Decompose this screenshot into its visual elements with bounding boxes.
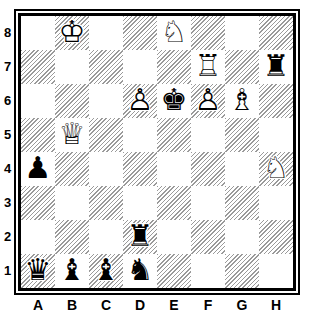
square-c6[interactable]	[89, 84, 123, 118]
square-g5[interactable]	[225, 118, 259, 152]
pawn-glyph: ♙	[191, 83, 225, 118]
rook-glyph: ♖	[191, 49, 225, 84]
king-glyph: ♚	[157, 83, 191, 118]
pawn-glyph: ♟	[21, 151, 55, 186]
square-a5[interactable]	[21, 118, 55, 152]
square-c4[interactable]	[89, 152, 123, 186]
square-g8[interactable]	[225, 16, 259, 50]
square-c5[interactable]	[89, 118, 123, 152]
file-label-a: A	[21, 295, 55, 315]
square-e2[interactable]	[157, 220, 191, 254]
square-b6[interactable]	[55, 84, 89, 118]
square-e6[interactable]: ♚	[157, 84, 191, 118]
rook-glyph: ♜	[123, 219, 157, 254]
square-f4[interactable]	[191, 152, 225, 186]
rank-label-1: 1	[4, 254, 11, 288]
square-c1[interactable]: ♝	[89, 254, 123, 288]
rank-label-5: 5	[4, 118, 11, 152]
file-labels: ABCDEFGH	[21, 295, 314, 315]
chess-board-diagram: 87654321 ♚♔♞♘♜♖♜♟♙♚♟♙♝♗♛♕♟♞♘♜♛♝♝♞ ABCDEF…	[0, 0, 314, 315]
rook-glyph: ♜	[259, 49, 293, 84]
square-a1[interactable]: ♛	[21, 254, 55, 288]
square-b3[interactable]	[55, 186, 89, 220]
piece-white-queen: ♛♕	[55, 118, 89, 152]
square-h6[interactable]	[259, 84, 293, 118]
piece-white-knight: ♞♘	[157, 16, 191, 50]
knight-glyph: ♘	[157, 15, 191, 50]
piece-black-pawn: ♟	[21, 152, 55, 186]
square-e7[interactable]	[157, 50, 191, 84]
square-d2[interactable]: ♜	[123, 220, 157, 254]
board-area: 87654321 ♚♔♞♘♜♖♜♟♙♚♟♙♝♗♛♕♟♞♘♜♛♝♝♞	[1, 9, 314, 295]
piece-white-pawn: ♟♙	[123, 84, 157, 118]
piece-white-pawn: ♟♙	[191, 84, 225, 118]
square-h4[interactable]: ♞♘	[259, 152, 293, 186]
square-f6[interactable]: ♟♙	[191, 84, 225, 118]
square-c8[interactable]	[89, 16, 123, 50]
pawn-glyph: ♙	[123, 83, 157, 118]
square-d1[interactable]: ♞	[123, 254, 157, 288]
piece-white-knight: ♞♘	[259, 152, 293, 186]
square-h8[interactable]	[259, 16, 293, 50]
square-b8[interactable]: ♚♔	[55, 16, 89, 50]
chess-board: ♚♔♞♘♜♖♜♟♙♚♟♙♝♗♛♕♟♞♘♜♛♝♝♞	[18, 13, 296, 291]
bishop-glyph: ♗	[225, 83, 259, 118]
piece-black-rook: ♜	[123, 220, 157, 254]
square-c2[interactable]	[89, 220, 123, 254]
square-a8[interactable]	[21, 16, 55, 50]
square-g3[interactable]	[225, 186, 259, 220]
piece-black-bishop: ♝	[89, 254, 123, 288]
square-d7[interactable]	[123, 50, 157, 84]
square-e4[interactable]	[157, 152, 191, 186]
square-a7[interactable]	[21, 50, 55, 84]
square-c7[interactable]	[89, 50, 123, 84]
square-e1[interactable]	[157, 254, 191, 288]
square-f8[interactable]	[191, 16, 225, 50]
file-label-g: G	[225, 295, 259, 315]
rank-label-6: 6	[4, 84, 11, 118]
piece-black-knight: ♞	[123, 254, 157, 288]
rank-label-3: 3	[4, 186, 11, 220]
square-d6[interactable]: ♟♙	[123, 84, 157, 118]
knight-glyph: ♘	[259, 151, 293, 186]
file-label-h: H	[259, 295, 293, 315]
square-h3[interactable]	[259, 186, 293, 220]
piece-white-rook: ♜♖	[191, 50, 225, 84]
square-a4[interactable]: ♟	[21, 152, 55, 186]
rank-label-7: 7	[4, 50, 11, 84]
piece-black-king: ♚	[157, 84, 191, 118]
rank-label-4: 4	[4, 152, 11, 186]
queen-glyph: ♛	[21, 253, 55, 288]
square-h2[interactable]	[259, 220, 293, 254]
square-b4[interactable]	[55, 152, 89, 186]
square-f2[interactable]	[191, 220, 225, 254]
file-label-d: D	[123, 295, 157, 315]
file-label-c: C	[89, 295, 123, 315]
piece-white-bishop: ♝♗	[225, 84, 259, 118]
square-g1[interactable]	[225, 254, 259, 288]
square-f5[interactable]	[191, 118, 225, 152]
square-b7[interactable]	[55, 50, 89, 84]
square-g2[interactable]	[225, 220, 259, 254]
square-b5[interactable]: ♛♕	[55, 118, 89, 152]
square-h5[interactable]	[259, 118, 293, 152]
square-e5[interactable]	[157, 118, 191, 152]
square-d4[interactable]	[123, 152, 157, 186]
piece-black-queen: ♛	[21, 254, 55, 288]
file-label-b: B	[55, 295, 89, 315]
square-b1[interactable]: ♝	[55, 254, 89, 288]
square-d3[interactable]	[123, 186, 157, 220]
square-a6[interactable]	[21, 84, 55, 118]
board-frame: ♚♔♞♘♜♖♜♟♙♚♟♙♝♗♛♕♟♞♘♜♛♝♝♞	[14, 9, 300, 295]
king-glyph: ♔	[55, 15, 89, 50]
rank-label-2: 2	[4, 220, 11, 254]
square-h1[interactable]	[259, 254, 293, 288]
square-b2[interactable]	[55, 220, 89, 254]
knight-glyph: ♞	[123, 253, 157, 288]
piece-black-rook: ♜	[259, 50, 293, 84]
file-label-e: E	[157, 295, 191, 315]
piece-white-king: ♚♔	[55, 16, 89, 50]
piece-black-bishop: ♝	[55, 254, 89, 288]
file-label-f: F	[191, 295, 225, 315]
square-g7[interactable]	[225, 50, 259, 84]
square-a2[interactable]	[21, 220, 55, 254]
bishop-glyph: ♝	[89, 253, 123, 288]
square-g4[interactable]	[225, 152, 259, 186]
bishop-glyph: ♝	[55, 253, 89, 288]
square-f3[interactable]	[191, 186, 225, 220]
square-f1[interactable]	[191, 254, 225, 288]
square-c3[interactable]	[89, 186, 123, 220]
square-e8[interactable]: ♞♘	[157, 16, 191, 50]
square-e3[interactable]	[157, 186, 191, 220]
rank-labels: 87654321	[1, 9, 14, 288]
queen-glyph: ♕	[55, 117, 89, 152]
rank-label-8: 8	[4, 16, 11, 50]
square-a3[interactable]	[21, 186, 55, 220]
square-d5[interactable]	[123, 118, 157, 152]
square-d8[interactable]	[123, 16, 157, 50]
square-g6[interactable]: ♝♗	[225, 84, 259, 118]
square-h7[interactable]: ♜	[259, 50, 293, 84]
square-f7[interactable]: ♜♖	[191, 50, 225, 84]
